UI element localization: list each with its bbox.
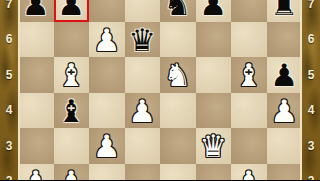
- square-e4: [160, 93, 196, 129]
- square-f5: [196, 57, 232, 93]
- black-pawn-f7: ♟: [199, 0, 227, 23]
- square-a6: [18, 22, 54, 58]
- white-pawn-c3: ♟: [93, 129, 121, 165]
- square-e6: [160, 22, 196, 58]
- white-bishop-g5: ♝: [235, 58, 263, 94]
- right-rank-label-6: 6: [302, 31, 320, 47]
- square-e2: [160, 164, 196, 181]
- square-h7: ♜: [267, 0, 303, 22]
- square-c2: [89, 164, 125, 181]
- white-pawn-c6: ♟: [93, 23, 121, 59]
- black-pawn-a7: ♟: [22, 0, 50, 23]
- square-f3: ♛: [196, 128, 232, 164]
- square-h4: ♟: [267, 93, 303, 129]
- square-d4: ♟: [125, 93, 161, 129]
- square-c4: [89, 93, 125, 129]
- black-bishop-b4: ♝: [57, 94, 85, 130]
- left-rank-label-5: 5: [0, 67, 18, 83]
- square-f4: [196, 93, 232, 129]
- square-b2: ♟: [54, 164, 90, 181]
- square-b3: [54, 128, 90, 164]
- square-b5: ♝: [54, 57, 90, 93]
- square-a5: [18, 57, 54, 93]
- white-queen-f3: ♛: [199, 129, 227, 165]
- square-g7: [231, 0, 267, 22]
- square-b4: ♝: [54, 93, 90, 129]
- square-c3: ♟: [89, 128, 125, 164]
- square-d5: [125, 57, 161, 93]
- square-h6: [267, 22, 303, 58]
- square-b7: ♟: [54, 0, 90, 22]
- square-e5: ♞: [160, 57, 196, 93]
- square-d2: [125, 164, 161, 181]
- square-h5: ♟: [267, 57, 303, 93]
- square-d3: [125, 128, 161, 164]
- square-d7: [125, 0, 161, 22]
- right-rank-label-4: 4: [302, 102, 320, 118]
- square-a4: [18, 93, 54, 129]
- white-knight-e5: ♞: [164, 58, 192, 94]
- black-queen-d6: ♛: [128, 23, 156, 59]
- square-c5: [89, 57, 125, 93]
- square-h2: [267, 164, 303, 181]
- right-rank-label-5: 5: [302, 67, 320, 83]
- square-d6: ♛: [125, 22, 161, 58]
- chess-board: ♟♟♞♟♜♟♛♝♞♝♟♝♟♟♟♛♟♟♟: [18, 0, 302, 180]
- square-f6: [196, 22, 232, 58]
- left-rank-label-6: 6: [0, 31, 18, 47]
- square-e7: ♞: [160, 0, 196, 22]
- right-coordinate-rail: 765432: [300, 0, 320, 180]
- square-e3: [160, 128, 196, 164]
- white-pawn-d4: ♟: [128, 94, 156, 130]
- right-rank-label-3: 3: [302, 138, 320, 154]
- square-g2: ♟: [231, 164, 267, 181]
- square-b6: [54, 22, 90, 58]
- square-g5: ♝: [231, 57, 267, 93]
- white-bishop-b5: ♝: [57, 58, 85, 94]
- square-h3: [267, 128, 303, 164]
- black-pawn-b7: ♟: [57, 0, 85, 23]
- right-rank-label-2: 2: [302, 173, 320, 180]
- square-a7: ♟: [18, 0, 54, 22]
- white-pawn-a2: ♟: [22, 165, 50, 181]
- white-pawn-g2: ♟: [235, 165, 263, 181]
- square-g6: [231, 22, 267, 58]
- black-knight-e7: ♞: [164, 0, 192, 23]
- square-c7: [89, 0, 125, 22]
- left-rank-label-2: 2: [0, 173, 18, 180]
- square-a3: [18, 128, 54, 164]
- left-rank-label-7: 7: [0, 0, 18, 12]
- black-rook-h7: ♜: [270, 0, 298, 23]
- left-coordinate-rail: 765432: [0, 0, 20, 180]
- square-a2: ♟: [18, 164, 54, 181]
- square-f2: [196, 164, 232, 181]
- black-pawn-h5: ♟: [270, 58, 298, 94]
- square-f7: ♟: [196, 0, 232, 22]
- chess-diagram-frame: ♟♟♞♟♜♟♛♝♞♝♟♝♟♟♟♛♟♟♟ 765432 765432: [0, 0, 320, 180]
- left-rank-label-4: 4: [0, 102, 18, 118]
- right-rank-label-7: 7: [302, 0, 320, 12]
- square-c6: ♟: [89, 22, 125, 58]
- square-g4: [231, 93, 267, 129]
- left-rank-label-3: 3: [0, 138, 18, 154]
- white-pawn-h4: ♟: [270, 94, 298, 130]
- white-pawn-b2: ♟: [57, 165, 85, 181]
- square-g3: [231, 128, 267, 164]
